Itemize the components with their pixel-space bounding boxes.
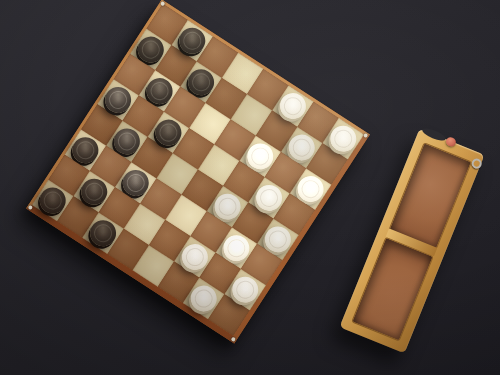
board-grid [32,4,364,336]
corner-nail [363,133,369,139]
tray-compartment-lower [351,237,434,342]
tray-edge-notch [421,126,447,143]
storage-tray [339,129,484,354]
metal-ring [470,157,483,170]
checkers-board [26,0,370,343]
corner-nail [231,337,237,343]
red-knob [445,136,458,148]
corner-nail [28,205,34,211]
scene [0,0,500,375]
